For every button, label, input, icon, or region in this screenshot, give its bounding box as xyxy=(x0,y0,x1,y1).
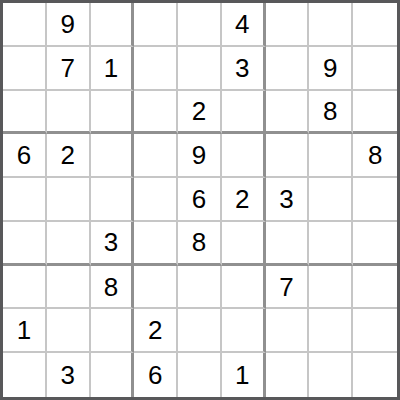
cell-r8c1[interactable]: 1 xyxy=(3,309,47,353)
cell-r5c1[interactable] xyxy=(3,178,47,222)
cell-r1c1[interactable] xyxy=(3,3,47,47)
given-digit: 8 xyxy=(104,274,118,300)
cell-r1c5[interactable] xyxy=(178,3,222,47)
cell-r4c3[interactable] xyxy=(91,134,135,178)
cell-r3c5[interactable]: 2 xyxy=(178,91,222,135)
given-digit: 6 xyxy=(192,186,206,212)
cell-r5c6[interactable]: 2 xyxy=(222,178,266,222)
given-digit: 8 xyxy=(192,229,206,255)
cell-r4c8[interactable] xyxy=(309,134,353,178)
cell-r5c3[interactable] xyxy=(91,178,135,222)
given-digit: 1 xyxy=(104,55,118,81)
cell-r9c1[interactable] xyxy=(3,353,47,397)
given-digit: 7 xyxy=(60,55,74,81)
cell-r9c9[interactable] xyxy=(353,353,397,397)
cell-r9c2[interactable]: 3 xyxy=(47,353,91,397)
given-digit: 6 xyxy=(148,362,162,388)
cell-r6c4[interactable] xyxy=(134,222,178,266)
cell-r9c4[interactable]: 6 xyxy=(134,353,178,397)
cell-r2c3[interactable]: 1 xyxy=(91,47,135,91)
cell-r3c8[interactable]: 8 xyxy=(309,91,353,135)
cell-r7c7[interactable]: 7 xyxy=(266,266,310,310)
given-digit: 2 xyxy=(235,186,249,212)
given-digit: 3 xyxy=(279,186,293,212)
cell-r4c4[interactable] xyxy=(134,134,178,178)
cell-r5c9[interactable] xyxy=(353,178,397,222)
cell-r8c4[interactable]: 2 xyxy=(134,309,178,353)
cell-r6c6[interactable] xyxy=(222,222,266,266)
cell-r6c8[interactable] xyxy=(309,222,353,266)
cell-r3c3[interactable] xyxy=(91,91,135,135)
cell-r2c2[interactable]: 7 xyxy=(47,47,91,91)
cell-r7c6[interactable] xyxy=(222,266,266,310)
given-digit: 3 xyxy=(104,229,118,255)
cell-r7c1[interactable] xyxy=(3,266,47,310)
cell-r3c1[interactable] xyxy=(3,91,47,135)
given-digit: 9 xyxy=(60,11,74,37)
cell-r7c9[interactable] xyxy=(353,266,397,310)
cell-r2c8[interactable]: 9 xyxy=(309,47,353,91)
cell-r5c7[interactable]: 3 xyxy=(266,178,310,222)
cell-r8c9[interactable] xyxy=(353,309,397,353)
given-digit: 3 xyxy=(60,362,74,388)
cell-r8c5[interactable] xyxy=(178,309,222,353)
cell-r1c4[interactable] xyxy=(134,3,178,47)
cell-r1c3[interactable] xyxy=(91,3,135,47)
cell-r2c7[interactable] xyxy=(266,47,310,91)
cell-r4c1[interactable]: 6 xyxy=(3,134,47,178)
cell-r6c5[interactable]: 8 xyxy=(178,222,222,266)
cell-r6c3[interactable]: 3 xyxy=(91,222,135,266)
cell-r4c5[interactable]: 9 xyxy=(178,134,222,178)
cell-r6c7[interactable] xyxy=(266,222,310,266)
cell-r1c7[interactable] xyxy=(266,3,310,47)
cell-r7c5[interactable] xyxy=(178,266,222,310)
cell-r5c4[interactable] xyxy=(134,178,178,222)
cell-r3c9[interactable] xyxy=(353,91,397,135)
given-digit: 8 xyxy=(368,142,382,168)
cell-r9c6[interactable]: 1 xyxy=(222,353,266,397)
cell-r7c8[interactable] xyxy=(309,266,353,310)
given-digit: 2 xyxy=(192,98,206,124)
cell-r2c1[interactable] xyxy=(3,47,47,91)
cell-r6c9[interactable] xyxy=(353,222,397,266)
given-digit: 8 xyxy=(323,98,337,124)
given-digit: 7 xyxy=(279,274,293,300)
cell-r9c8[interactable] xyxy=(309,353,353,397)
cell-r9c5[interactable] xyxy=(178,353,222,397)
cell-r5c8[interactable] xyxy=(309,178,353,222)
given-digit: 1 xyxy=(235,362,249,388)
cell-r8c8[interactable] xyxy=(309,309,353,353)
given-digit: 6 xyxy=(17,142,31,168)
cell-r4c2[interactable]: 2 xyxy=(47,134,91,178)
given-digit: 3 xyxy=(235,55,249,81)
cell-r4c7[interactable] xyxy=(266,134,310,178)
cell-r2c9[interactable] xyxy=(353,47,397,91)
cell-r6c2[interactable] xyxy=(47,222,91,266)
cell-r1c2[interactable]: 9 xyxy=(47,3,91,47)
cell-r4c6[interactable] xyxy=(222,134,266,178)
cell-r3c7[interactable] xyxy=(266,91,310,135)
cell-r3c6[interactable] xyxy=(222,91,266,135)
cell-r9c7[interactable] xyxy=(266,353,310,397)
cell-r7c2[interactable] xyxy=(47,266,91,310)
cell-r2c6[interactable]: 3 xyxy=(222,47,266,91)
cell-r8c3[interactable] xyxy=(91,309,135,353)
cell-r8c2[interactable] xyxy=(47,309,91,353)
given-digit: 2 xyxy=(60,142,74,168)
cell-r3c2[interactable] xyxy=(47,91,91,135)
cell-r2c4[interactable] xyxy=(134,47,178,91)
cell-r4c9[interactable]: 8 xyxy=(353,134,397,178)
cell-r5c5[interactable]: 6 xyxy=(178,178,222,222)
sudoku-board: 947139286298623388712361 xyxy=(0,0,400,400)
cell-r5c2[interactable] xyxy=(47,178,91,222)
cell-r7c4[interactable] xyxy=(134,266,178,310)
cell-r8c6[interactable] xyxy=(222,309,266,353)
cell-r3c4[interactable] xyxy=(134,91,178,135)
given-digit: 1 xyxy=(17,317,31,343)
cell-r1c9[interactable] xyxy=(353,3,397,47)
cell-r2c5[interactable] xyxy=(178,47,222,91)
cell-r7c3[interactable]: 8 xyxy=(91,266,135,310)
cell-r9c3[interactable] xyxy=(91,353,135,397)
given-digit: 9 xyxy=(323,55,337,81)
cell-r6c1[interactable] xyxy=(3,222,47,266)
cell-r1c8[interactable] xyxy=(309,3,353,47)
given-digit: 4 xyxy=(235,11,249,37)
cell-r8c7[interactable] xyxy=(266,309,310,353)
cell-r1c6[interactable]: 4 xyxy=(222,3,266,47)
given-digit: 9 xyxy=(192,142,206,168)
given-digit: 2 xyxy=(148,317,162,343)
